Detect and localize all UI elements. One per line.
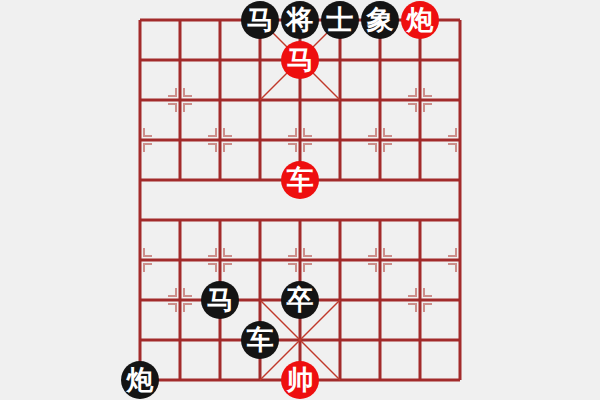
piece-red-general[interactable]: 帅: [281, 361, 319, 399]
piece-grid: 马将士象炮马车马卒车炮帅: [120, 0, 480, 400]
piece-black-advisor[interactable]: 士: [321, 1, 359, 39]
piece-red-cannon[interactable]: 炮: [401, 1, 439, 39]
piece-black-horse[interactable]: 马: [241, 1, 279, 39]
piece-red-chariot[interactable]: 车: [281, 161, 319, 199]
piece-black-general[interactable]: 将: [281, 1, 319, 39]
piece-black-cannon[interactable]: 炮: [121, 361, 159, 399]
xiangqi-screen: 马将士象炮马车马卒车炮帅: [0, 0, 600, 400]
piece-black-pawn[interactable]: 卒: [281, 281, 319, 319]
piece-red-horse[interactable]: 马: [281, 41, 319, 79]
piece-black-horse[interactable]: 马: [201, 281, 239, 319]
piece-black-chariot[interactable]: 车: [241, 321, 279, 359]
piece-black-elephant[interactable]: 象: [361, 1, 399, 39]
